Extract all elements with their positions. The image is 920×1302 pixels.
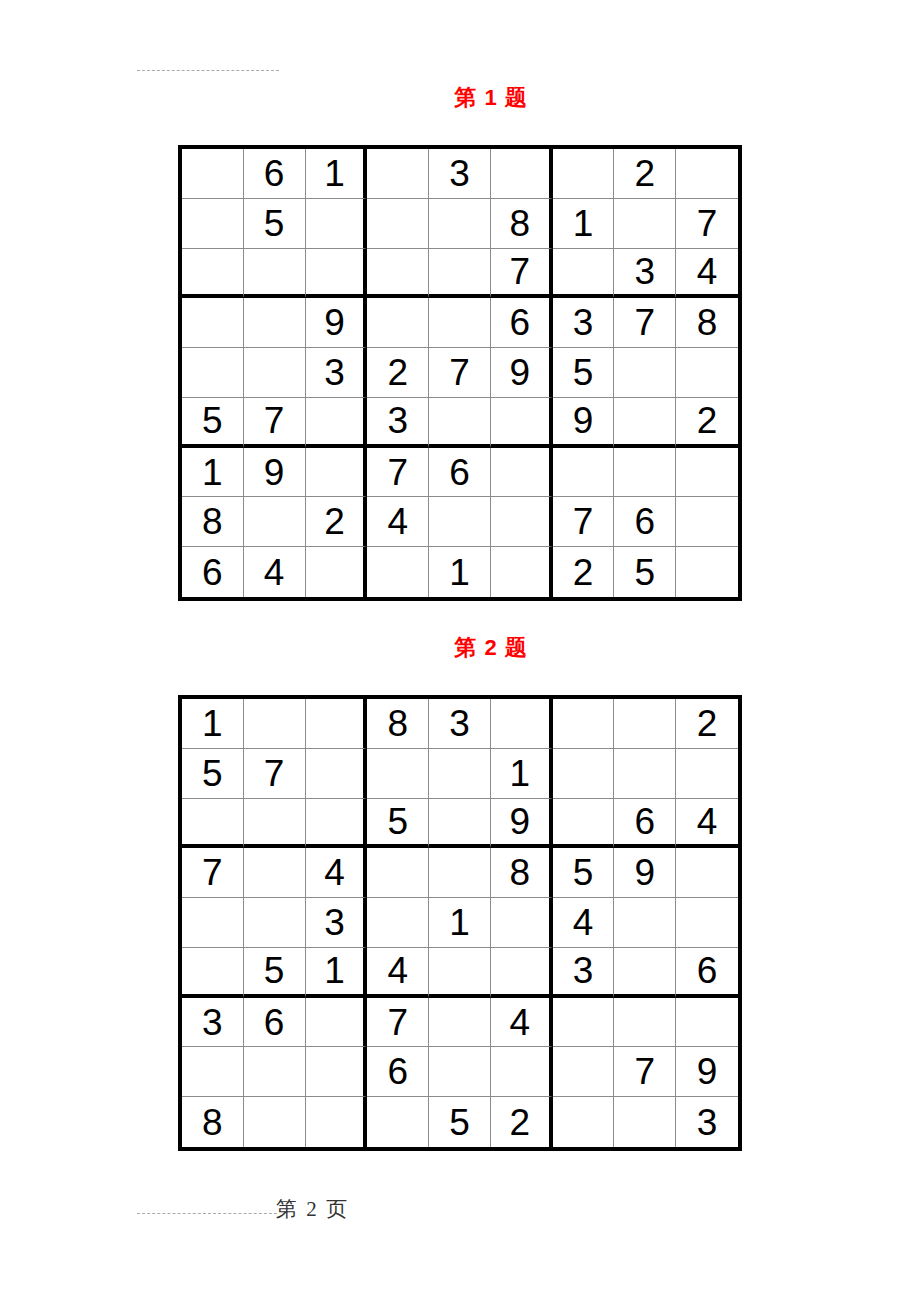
sudoku-cell xyxy=(553,699,615,749)
sudoku-cell xyxy=(367,547,429,597)
sudoku-cell: 1 xyxy=(429,898,491,948)
footer-page-number: 第 2 页 xyxy=(276,1197,349,1221)
sudoku-cell xyxy=(491,547,553,597)
sudoku-cell: 9 xyxy=(244,448,306,498)
sudoku-cell: 7 xyxy=(491,249,553,299)
sudoku-cell: 8 xyxy=(491,848,553,898)
sudoku-cell: 6 xyxy=(244,998,306,1048)
sudoku-cell: 7 xyxy=(182,848,244,898)
sudoku-cell: 3 xyxy=(614,249,676,299)
sudoku-cell: 5 xyxy=(429,1097,491,1147)
sudoku-cell xyxy=(491,699,553,749)
sudoku-cell xyxy=(429,497,491,547)
sudoku-cell xyxy=(553,799,615,849)
sudoku-cell xyxy=(182,298,244,348)
sudoku-cell xyxy=(676,898,738,948)
sudoku-cell: 4 xyxy=(367,948,429,998)
sudoku-cell xyxy=(306,998,368,1048)
sudoku-cell xyxy=(367,898,429,948)
puzzle-2-title: 第 2 题 xyxy=(0,635,920,661)
sudoku-cell xyxy=(553,998,615,1048)
sudoku-cell xyxy=(429,298,491,348)
sudoku-cell xyxy=(306,249,368,299)
sudoku-cell: 8 xyxy=(182,1097,244,1147)
sudoku-cell xyxy=(429,998,491,1048)
sudoku-cell xyxy=(429,199,491,249)
sudoku-cell: 1 xyxy=(429,547,491,597)
sudoku-cell xyxy=(676,547,738,597)
sudoku-cell xyxy=(614,199,676,249)
sudoku-cell xyxy=(429,1047,491,1097)
sudoku-cell: 3 xyxy=(429,149,491,199)
sudoku-cell: 9 xyxy=(553,398,615,448)
sudoku-cell xyxy=(244,799,306,849)
sudoku-cell: 4 xyxy=(244,547,306,597)
sudoku-cell xyxy=(182,948,244,998)
sudoku-cell: 5 xyxy=(553,848,615,898)
sudoku-cell: 7 xyxy=(676,199,738,249)
sudoku-cell xyxy=(614,398,676,448)
sudoku-cell: 7 xyxy=(244,749,306,799)
sudoku-cell: 4 xyxy=(676,799,738,849)
sudoku-cell: 2 xyxy=(306,497,368,547)
sudoku-cell xyxy=(553,149,615,199)
sudoku-cell xyxy=(614,699,676,749)
sudoku-cell xyxy=(614,898,676,948)
sudoku-cell xyxy=(244,898,306,948)
sudoku-cell: 5 xyxy=(614,547,676,597)
sudoku-cell xyxy=(244,298,306,348)
sudoku-cell xyxy=(429,749,491,799)
sudoku-cell xyxy=(429,398,491,448)
sudoku-cell: 5 xyxy=(182,398,244,448)
sudoku-cell xyxy=(676,848,738,898)
footer-dashed-rule xyxy=(137,1213,277,1214)
sudoku-cell xyxy=(676,497,738,547)
sudoku-cell: 3 xyxy=(676,1097,738,1147)
sudoku-cell: 2 xyxy=(491,1097,553,1147)
sudoku-cell: 7 xyxy=(429,348,491,398)
sudoku-cell: 3 xyxy=(182,998,244,1048)
sudoku-cell: 1 xyxy=(306,948,368,998)
sudoku-cell xyxy=(553,249,615,299)
sudoku-cell xyxy=(676,149,738,199)
sudoku-cell xyxy=(182,348,244,398)
sudoku-cell: 2 xyxy=(367,348,429,398)
sudoku-cell: 6 xyxy=(182,547,244,597)
sudoku-cell xyxy=(182,199,244,249)
sudoku-cell: 6 xyxy=(244,149,306,199)
sudoku-cell xyxy=(244,848,306,898)
sudoku-cell xyxy=(306,749,368,799)
sudoku-cell xyxy=(367,848,429,898)
sudoku-cell: 6 xyxy=(676,948,738,998)
sudoku-cell: 8 xyxy=(182,497,244,547)
sudoku-cell xyxy=(491,898,553,948)
sudoku-cell xyxy=(244,1047,306,1097)
sudoku-cell: 4 xyxy=(306,848,368,898)
sudoku-cell xyxy=(306,199,368,249)
sudoku-cell xyxy=(367,249,429,299)
sudoku-cell: 5 xyxy=(367,799,429,849)
sudoku-cell xyxy=(306,448,368,498)
sudoku-cell: 7 xyxy=(553,497,615,547)
sudoku-cell xyxy=(182,149,244,199)
sudoku-cell xyxy=(182,898,244,948)
sudoku-cell: 4 xyxy=(676,249,738,299)
sudoku-cell: 3 xyxy=(553,298,615,348)
sudoku-cell: 1 xyxy=(553,199,615,249)
sudoku-cell xyxy=(244,249,306,299)
sudoku-cell: 6 xyxy=(614,497,676,547)
sudoku-cell xyxy=(306,398,368,448)
sudoku-cell: 3 xyxy=(306,898,368,948)
sudoku-cell xyxy=(244,348,306,398)
sudoku-cell: 7 xyxy=(614,1047,676,1097)
sudoku-cell xyxy=(182,799,244,849)
sudoku-cell xyxy=(491,948,553,998)
sudoku-cell xyxy=(614,948,676,998)
sudoku-cell: 6 xyxy=(429,448,491,498)
sudoku-grid-1: 6132581773496378327955739219768247664125 xyxy=(178,145,742,601)
sudoku-cell xyxy=(429,848,491,898)
sudoku-cell: 6 xyxy=(614,799,676,849)
puzzle-1-title: 第 1 题 xyxy=(0,85,920,111)
sudoku-cell: 3 xyxy=(553,948,615,998)
sudoku-cell xyxy=(491,398,553,448)
top-dashed-rule xyxy=(137,70,279,71)
sudoku-cell xyxy=(614,448,676,498)
sudoku-cell xyxy=(182,1047,244,1097)
sudoku-cell xyxy=(306,699,368,749)
sudoku-cell xyxy=(367,199,429,249)
sudoku-cell: 5 xyxy=(244,199,306,249)
sudoku-cell xyxy=(676,348,738,398)
sudoku-cell: 9 xyxy=(614,848,676,898)
sudoku-cell: 3 xyxy=(367,398,429,448)
sudoku-cell: 1 xyxy=(306,149,368,199)
sudoku-cell: 4 xyxy=(491,998,553,1048)
sudoku-cell: 6 xyxy=(367,1047,429,1097)
sudoku-cell: 3 xyxy=(429,699,491,749)
sudoku-grid-2: 18325715964748593145143636746798523 xyxy=(178,695,742,1151)
sudoku-cell: 9 xyxy=(491,348,553,398)
sudoku-cell: 8 xyxy=(367,699,429,749)
sudoku-cell xyxy=(614,998,676,1048)
sudoku-cell xyxy=(614,348,676,398)
sudoku-cell: 1 xyxy=(182,699,244,749)
sudoku-cell: 8 xyxy=(491,199,553,249)
sudoku-cell xyxy=(553,1097,615,1147)
sudoku-cell xyxy=(306,1047,368,1097)
sudoku-cell xyxy=(614,1097,676,1147)
sudoku-cell: 2 xyxy=(614,149,676,199)
sudoku-cell xyxy=(553,749,615,799)
sudoku-cell: 6 xyxy=(491,298,553,348)
sudoku-cell xyxy=(676,998,738,1048)
sudoku-cell: 9 xyxy=(306,298,368,348)
sudoku-cell xyxy=(429,799,491,849)
sudoku-cell xyxy=(367,1097,429,1147)
sudoku-cell: 5 xyxy=(553,348,615,398)
sudoku-cell xyxy=(491,1047,553,1097)
sudoku-cell: 9 xyxy=(491,799,553,849)
sudoku-cell xyxy=(614,749,676,799)
sudoku-cell xyxy=(306,799,368,849)
sudoku-cell: 4 xyxy=(553,898,615,948)
sudoku-cell: 2 xyxy=(676,699,738,749)
sudoku-cell: 2 xyxy=(676,398,738,448)
sudoku-cell xyxy=(367,749,429,799)
sudoku-cell xyxy=(429,948,491,998)
sudoku-cell: 5 xyxy=(182,749,244,799)
sudoku-cell: 8 xyxy=(676,298,738,348)
sudoku-cell: 5 xyxy=(244,948,306,998)
sudoku-cell: 9 xyxy=(676,1047,738,1097)
sudoku-cell: 7 xyxy=(244,398,306,448)
sudoku-cell: 1 xyxy=(182,448,244,498)
sudoku-cell xyxy=(491,448,553,498)
sudoku-cell xyxy=(429,249,491,299)
sudoku-cell xyxy=(306,1097,368,1147)
sudoku-cell xyxy=(676,749,738,799)
sudoku-cell: 3 xyxy=(306,348,368,398)
sudoku-cell xyxy=(553,448,615,498)
sudoku-cell xyxy=(182,249,244,299)
sudoku-cell: 7 xyxy=(614,298,676,348)
sudoku-cell: 4 xyxy=(367,497,429,547)
sudoku-cell xyxy=(367,149,429,199)
sudoku-cell: 2 xyxy=(553,547,615,597)
sudoku-cell xyxy=(367,298,429,348)
sudoku-cell xyxy=(676,448,738,498)
document-page: 第 1 题 6132581773496378327955739219768247… xyxy=(0,0,920,1302)
sudoku-cell: 7 xyxy=(367,998,429,1048)
sudoku-cell xyxy=(244,497,306,547)
sudoku-cell xyxy=(244,699,306,749)
sudoku-cell: 1 xyxy=(491,749,553,799)
sudoku-cell xyxy=(553,1047,615,1097)
sudoku-cell xyxy=(244,1097,306,1147)
sudoku-cell: 7 xyxy=(367,448,429,498)
sudoku-cell xyxy=(491,497,553,547)
sudoku-cell xyxy=(306,547,368,597)
sudoku-cell xyxy=(491,149,553,199)
